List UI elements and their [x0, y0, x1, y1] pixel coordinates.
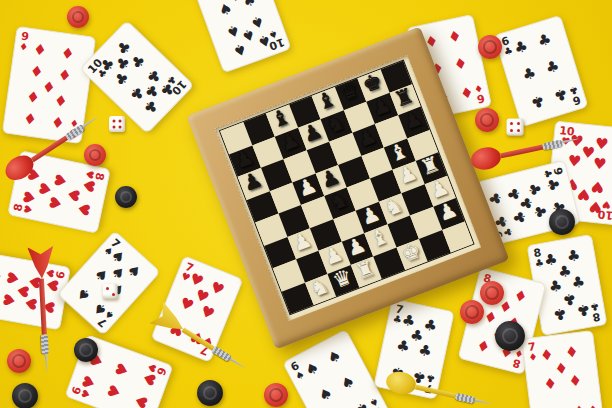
card-pip: ♥ — [581, 145, 596, 161]
card-index: 6♠ — [368, 397, 385, 408]
card-10-spades: 10♠ 10♠♠♠♠♠♠♠♠♠♠♠ — [190, 0, 291, 73]
card-7-diamonds: 7♦ 7♦♦♦♦♦♦♦♦ — [521, 330, 604, 408]
card-pip: ♥ — [588, 198, 603, 214]
card-pip: ♦ — [458, 83, 474, 100]
card-pip: ♥ — [567, 154, 582, 170]
dart-shaft — [39, 278, 47, 334]
card-index: 7♦ — [588, 404, 599, 408]
card-index: 8♣ — [590, 302, 602, 322]
card-pip: ♣ — [512, 38, 529, 56]
card-pip: ♠ — [74, 284, 94, 304]
dart-barrel — [211, 345, 232, 362]
red-checker-piece — [475, 108, 499, 132]
card-pip: ♣ — [543, 177, 561, 194]
card-pip: ♥ — [198, 304, 216, 323]
card-pip: ♦ — [554, 360, 569, 377]
card-pip: ♥ — [131, 392, 150, 408]
card-pip: ♦ — [447, 29, 463, 46]
card-pip: ♦ — [57, 68, 72, 85]
dart-barrel — [455, 392, 476, 403]
die-pip — [106, 287, 109, 290]
card-pip: ♠ — [107, 264, 127, 284]
card-index: 6♦ — [473, 84, 486, 104]
card-pip: ♥ — [594, 137, 609, 153]
board-grid: ♝♝♛♚♟♟♟♞♟♜♟♟♟♟♟♝♞♟♜♟♟♞♟♟♟♝♟♞♛♜♚ — [220, 61, 473, 314]
card-pip: ♦ — [543, 376, 558, 393]
black-checker-piece — [115, 186, 137, 208]
card-pip: ♦ — [23, 109, 38, 126]
dart-tip — [43, 354, 48, 371]
card-pip: ♦ — [53, 91, 68, 108]
flatlay-photo-scene: 9♦ 9♦♦♦♦♦♦♦♦♦♦10♣ 10♣♣♣♣♣♣♣♣♣♣♣10♠ 10♠♠♠… — [0, 0, 612, 408]
piece-black-pawn-h6[interactable]: ♟ — [400, 108, 425, 134]
die-pip — [517, 129, 520, 132]
black-checker-piece — [549, 209, 575, 235]
dart-tip — [82, 115, 98, 128]
dart-tip — [562, 137, 579, 144]
card-pip: ♣ — [544, 58, 561, 76]
card-pip: ♥ — [590, 178, 605, 194]
red-checker-piece — [460, 300, 484, 324]
card-pip: ♠ — [339, 373, 358, 393]
red-checker-piece — [67, 6, 89, 28]
card-pip: ♦ — [571, 402, 586, 408]
dart-shaft — [500, 144, 543, 158]
card-index: 8♣ — [532, 248, 544, 268]
card-pip: ♥ — [139, 371, 158, 389]
card-pip: ♥ — [106, 383, 125, 401]
card-pip: ♥ — [576, 186, 591, 202]
piece-white-pawn-h2[interactable]: ♟ — [436, 199, 461, 225]
red-checker-piece — [264, 383, 288, 407]
dart-barrel — [41, 334, 49, 354]
card-pip: ♠ — [241, 0, 259, 11]
card-pip: ♥ — [592, 157, 607, 173]
black-checker-piece — [12, 383, 38, 408]
dart-flight — [27, 246, 55, 279]
black-checker-piece — [74, 338, 98, 362]
card-index: 9♦ — [19, 32, 31, 52]
die-pip — [119, 126, 122, 129]
die-pip — [119, 119, 122, 122]
dart-shaft — [31, 135, 68, 162]
dart-tip — [475, 398, 492, 406]
card-pip: ♣ — [529, 92, 546, 110]
card-6-clubs: 6♣ 6♣♣♣♣♣♣♣ — [493, 15, 588, 127]
card-pip: ♦ — [568, 373, 583, 390]
black-checker-piece — [197, 380, 223, 406]
card-pip: ♦ — [452, 56, 468, 73]
card-pip: ♥ — [63, 187, 80, 203]
dart-shaft — [415, 384, 456, 398]
dart-flight — [384, 369, 418, 397]
red-checker-piece — [480, 281, 504, 305]
dart-flight — [469, 145, 503, 173]
card-pip: ♥ — [208, 279, 226, 298]
card-index: 7♦ — [527, 342, 538, 362]
die-pip — [510, 122, 513, 125]
card-pip: ♦ — [32, 42, 47, 59]
dart-barrel — [542, 139, 563, 150]
die-showing-4 — [109, 116, 125, 132]
die-showing-4 — [507, 119, 524, 136]
card-pip: ♠ — [325, 348, 344, 368]
die-showing-2 — [103, 284, 118, 299]
red-checker-piece — [84, 144, 106, 166]
die-pip — [112, 293, 115, 296]
card-pip: ♣ — [575, 301, 591, 318]
card-pip: ♣ — [521, 65, 538, 83]
card-pip: ♠ — [316, 385, 335, 405]
card-pip: ♦ — [564, 345, 579, 362]
card-pip: ♦ — [60, 46, 75, 63]
card-pip: ♥ — [74, 201, 91, 217]
card-pip: ♣ — [557, 263, 573, 280]
red-dart — [26, 246, 61, 372]
black-checker-piece — [495, 321, 525, 351]
card-pip: ♦ — [41, 78, 56, 95]
red-checker-piece — [7, 349, 31, 373]
card-pip: ♥ — [37, 181, 54, 197]
red-checker-piece — [478, 35, 502, 59]
card-pip: ♦ — [29, 64, 44, 81]
card-pip: ♦ — [512, 288, 529, 306]
dart-tip — [229, 357, 246, 369]
die-pip — [112, 126, 115, 129]
die-pip — [510, 129, 513, 132]
card-pip: ♣ — [561, 290, 577, 307]
card-pip: ♥ — [114, 361, 133, 379]
card-pip: ♦ — [26, 87, 41, 104]
card-pip: ♣ — [488, 191, 506, 208]
card-pip: ♣ — [536, 31, 553, 49]
card-pip: ♣ — [552, 85, 569, 103]
card-index: 6♣ — [568, 85, 582, 106]
die-pip — [112, 119, 115, 122]
card-pip: ♦ — [539, 348, 554, 365]
card-pip: ♣ — [422, 317, 438, 334]
dart-barrel — [65, 123, 86, 140]
die-pip — [517, 122, 520, 125]
dart-shaft — [181, 327, 214, 350]
